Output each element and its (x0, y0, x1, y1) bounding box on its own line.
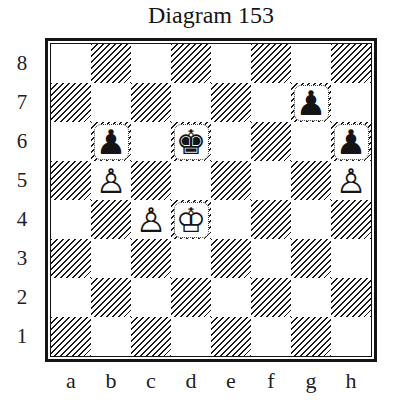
rank-label-8: 8 (6, 44, 38, 83)
square-a7 (51, 83, 91, 122)
square-f6 (251, 122, 291, 161)
square-c4: ♙ (131, 200, 171, 239)
square-c3 (131, 239, 171, 278)
file-labels: abcdefgh (51, 366, 371, 396)
square-h4 (331, 200, 371, 239)
square-g4 (291, 200, 331, 239)
file-label-c: c (131, 366, 171, 396)
rank-label-6: 6 (6, 122, 38, 161)
square-g3 (291, 239, 331, 278)
rank-label-1: 1 (6, 317, 38, 356)
square-g1 (291, 317, 331, 356)
square-f2 (251, 278, 291, 317)
square-e2 (211, 278, 251, 317)
square-e4 (211, 200, 251, 239)
square-h2 (331, 278, 371, 317)
square-a5 (51, 161, 91, 200)
square-h7 (331, 83, 371, 122)
square-d6: ♚ (171, 122, 211, 161)
square-g8 (291, 44, 331, 83)
white-pawn-h5: ♙ (336, 164, 366, 198)
diagram-title: Diagram 153 (44, 0, 378, 30)
square-b7 (91, 83, 131, 122)
file-label-b: b (91, 366, 131, 396)
square-b1 (91, 317, 131, 356)
square-b8 (91, 44, 131, 83)
square-e5 (211, 161, 251, 200)
square-a2 (51, 278, 91, 317)
board-grid: ♟♟♚♟♙♙♙♔ (51, 44, 371, 356)
square-h5: ♙ (331, 161, 371, 200)
square-f1 (251, 317, 291, 356)
square-b2 (91, 278, 131, 317)
rank-label-2: 2 (6, 278, 38, 317)
square-d5 (171, 161, 211, 200)
rank-label-7: 7 (6, 83, 38, 122)
black-pawn-g7: ♟ (294, 85, 329, 121)
square-c1 (131, 317, 171, 356)
chess-board: ♟♟♚♟♙♙♙♔ (45, 38, 377, 362)
rank-label-4: 4 (6, 200, 38, 239)
file-label-h: h (331, 366, 371, 396)
square-e7 (211, 83, 251, 122)
square-b4 (91, 200, 131, 239)
square-h6: ♟ (331, 122, 371, 161)
square-a4 (51, 200, 91, 239)
square-e1 (211, 317, 251, 356)
square-f5 (251, 161, 291, 200)
square-b3 (91, 239, 131, 278)
file-label-g: g (291, 366, 331, 396)
file-label-e: e (211, 366, 251, 396)
square-f8 (251, 44, 291, 83)
square-d7 (171, 83, 211, 122)
square-g2 (291, 278, 331, 317)
square-c8 (131, 44, 171, 83)
square-g6 (291, 122, 331, 161)
square-g5 (291, 161, 331, 200)
board-inner-border: ♟♟♚♟♙♙♙♔ (50, 43, 372, 357)
square-a3 (51, 239, 91, 278)
square-h1 (331, 317, 371, 356)
square-d3 (171, 239, 211, 278)
black-king-d6: ♚ (174, 124, 209, 160)
square-f7 (251, 83, 291, 122)
black-pawn-b6: ♟ (94, 124, 129, 160)
square-f4 (251, 200, 291, 239)
square-d4: ♔ (171, 200, 211, 239)
white-king-d4: ♔ (174, 202, 209, 238)
rank-label-3: 3 (6, 239, 38, 278)
white-pawn-b5: ♙ (96, 164, 126, 198)
square-f3 (251, 239, 291, 278)
square-a8 (51, 44, 91, 83)
black-pawn-h6: ♟ (334, 124, 369, 160)
file-label-d: d (171, 366, 211, 396)
square-c5 (131, 161, 171, 200)
square-a6 (51, 122, 91, 161)
square-a1 (51, 317, 91, 356)
square-h3 (331, 239, 371, 278)
square-d8 (171, 44, 211, 83)
square-e3 (211, 239, 251, 278)
rank-label-5: 5 (6, 161, 38, 200)
square-g7: ♟ (291, 83, 331, 122)
square-e8 (211, 44, 251, 83)
square-c6 (131, 122, 171, 161)
white-pawn-c4: ♙ (136, 203, 166, 237)
file-label-a: a (51, 366, 91, 396)
square-c7 (131, 83, 171, 122)
square-h8 (331, 44, 371, 83)
square-d2 (171, 278, 211, 317)
square-d1 (171, 317, 211, 356)
file-label-f: f (251, 366, 291, 396)
square-b5: ♙ (91, 161, 131, 200)
square-b6: ♟ (91, 122, 131, 161)
rank-labels: 87654321 (6, 44, 38, 356)
square-e6 (211, 122, 251, 161)
square-c2 (131, 278, 171, 317)
